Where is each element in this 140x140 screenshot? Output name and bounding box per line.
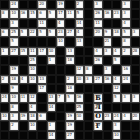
cell-code-number: 4 xyxy=(114,76,116,81)
cell-code-number: 17 xyxy=(39,85,43,90)
letter-cell-r7-c1[interactable]: 19 xyxy=(9,65,18,74)
cell-code-number: 19 xyxy=(21,113,25,118)
cell-code-number: 13 xyxy=(67,48,71,53)
block-cell-r4-c9 xyxy=(84,37,93,46)
block-cell-r7-c6 xyxy=(56,65,65,74)
block-cell-r2-c2 xyxy=(19,19,28,28)
letter-cell-r14-c7[interactable]: 27 xyxy=(65,131,74,140)
cell-code-number: 13 xyxy=(77,38,81,43)
letter-cell-r3-c1[interactable]: 25 xyxy=(9,28,18,37)
cell-code-number: 27 xyxy=(67,29,71,34)
cell-code-number: 25 xyxy=(11,29,15,34)
letter-cell-r3-c10[interactable]: 20 xyxy=(93,28,102,37)
cell-code-number: 4 xyxy=(95,48,97,53)
block-cell-r13-c13 xyxy=(121,121,130,130)
block-cell-r13-c2 xyxy=(19,121,28,130)
cell-code-number: 10 xyxy=(11,94,15,99)
block-cell-r14-c9 xyxy=(84,131,93,140)
letter-cell-r8-c9[interactable]: 3 xyxy=(84,75,93,84)
cell-code-number: 10 xyxy=(58,38,62,43)
letter-cell-r6-c10[interactable]: 26 xyxy=(93,56,102,65)
letter-cell-r0-c13[interactable]: 3 xyxy=(121,0,130,9)
letter-cell-r9-c4[interactable]: 17 xyxy=(37,84,46,93)
block-cell-r7-c10 xyxy=(93,65,102,74)
letter-cell-r10-c8[interactable]: 16 xyxy=(75,93,84,102)
block-cell-r14-c0 xyxy=(0,131,9,140)
letter-cell-r10-c14[interactable]: 3 xyxy=(131,93,140,102)
cell-code-number: 10 xyxy=(30,76,34,81)
letter-cell-r7-c9[interactable]: 8 xyxy=(84,65,93,74)
cell-code-number: 14 xyxy=(49,132,53,137)
letter-cell-r10-c5[interactable]: 13 xyxy=(47,93,56,102)
letter-cell-r0-c4[interactable]: 20 xyxy=(37,0,46,9)
block-cell-r13-c4 xyxy=(37,121,46,130)
letter-cell-r14-c12[interactable]: 10 xyxy=(112,131,121,140)
letter-cell-r2-c4[interactable]: 11 xyxy=(37,19,46,28)
cell-code-number: 8 xyxy=(2,10,4,15)
block-cell-r11-c13 xyxy=(121,103,130,112)
letter-cell-r2-c13[interactable]: 4 xyxy=(121,19,130,28)
block-cell-r14-c11 xyxy=(103,131,112,140)
block-cell-r14-c2 xyxy=(19,131,28,140)
cell-code-number: 10 xyxy=(11,10,15,15)
letter-cell-r0-c6[interactable]: 19 xyxy=(56,0,65,9)
cell-code-number: 3 xyxy=(105,48,107,53)
letter-cell-r5-c5[interactable]: 10 xyxy=(47,47,56,56)
cell-code-number: 6 xyxy=(39,113,41,118)
block-cell-r6-c9 xyxy=(84,56,93,65)
letter-cell-r4-c11[interactable]: 21 xyxy=(103,37,112,46)
letter-cell-r10-c12[interactable]: 5 xyxy=(112,93,121,102)
letter-cell-r12-c14[interactable]: 20 xyxy=(131,112,140,121)
cell-code-number: 5 xyxy=(67,94,69,99)
cell-code-number: 10 xyxy=(30,66,34,71)
letter-cell-r12-c1[interactable]: 3 xyxy=(9,112,18,121)
block-cell-r7-c0 xyxy=(0,65,9,74)
block-cell-r2-c9 xyxy=(84,19,93,28)
letter-cell-r10-c10[interactable]: 16Б xyxy=(93,93,102,102)
letter-cell-r1-c5[interactable]: 5 xyxy=(47,9,56,18)
letter-cell-r12-c3[interactable]: 18 xyxy=(28,112,37,121)
block-cell-r11-c2 xyxy=(19,103,28,112)
cell-code-number: 3 xyxy=(105,66,107,71)
cell-code-number: 27 xyxy=(11,48,15,53)
cell-code-number: 13 xyxy=(39,76,43,81)
block-cell-r14-c10 xyxy=(93,131,102,140)
cell-code-number: 5 xyxy=(11,38,13,43)
cell-code-number: 20 xyxy=(95,29,99,34)
letter-cell-r12-c10[interactable]: 4О xyxy=(93,112,102,121)
block-cell-r4-c2 xyxy=(19,37,28,46)
cell-code-number: 11 xyxy=(67,10,71,15)
block-cell-r13-c14 xyxy=(131,121,140,130)
letter-cell-r1-c4[interactable]: 6 xyxy=(37,9,46,18)
block-cell-r7-c4 xyxy=(37,65,46,74)
cell-code-number: 28 xyxy=(133,48,137,53)
cell-code-number: 11 xyxy=(30,48,34,53)
cell-code-number: 4 xyxy=(30,104,32,109)
block-cell-r0-c14 xyxy=(131,0,140,9)
cell-code-number: 27 xyxy=(67,132,71,137)
letter-cell-r2-c1[interactable]: 3 xyxy=(9,19,18,28)
letter-cell-r3-c8[interactable]: 4 xyxy=(75,28,84,37)
cell-code-number: 4 xyxy=(77,29,79,34)
cell-code-number: 4 xyxy=(114,48,116,53)
cell-code-number: 3 xyxy=(114,122,116,127)
cell-code-number: 2 xyxy=(123,48,125,53)
letter-cell-r6-c3[interactable]: 25 xyxy=(28,56,37,65)
cell-code-number: 6 xyxy=(2,29,4,34)
letter-cell-r3-c7[interactable]: 27 xyxy=(65,28,74,37)
cell-code-number: 19 xyxy=(11,66,15,71)
block-cell-r7-c7 xyxy=(65,65,74,74)
block-cell-r1-c14 xyxy=(131,9,140,18)
letter-cell-r9-c7[interactable]: 18 xyxy=(65,84,74,93)
letter-cell-r10-c6[interactable]: 7 xyxy=(56,93,65,102)
block-cell-r13-c9 xyxy=(84,121,93,130)
block-cell-r13-c0 xyxy=(0,121,9,130)
block-cell-r2-c7 xyxy=(65,19,74,28)
cell-code-number: 24 xyxy=(11,1,15,6)
letter-cell-r12-c12[interactable]: 24 xyxy=(112,112,121,121)
cell-code-number: 14 xyxy=(77,20,81,25)
block-cell-r14-c3 xyxy=(28,131,37,140)
letter-cell-r11-c8[interactable]: 25 xyxy=(75,103,84,112)
letter-cell-r10-c13[interactable]: 3 xyxy=(121,93,130,102)
block-cell-r2-c3 xyxy=(28,19,37,28)
block-cell-r9-c2 xyxy=(19,84,28,93)
letter-cell-r14-c5[interactable]: 14 xyxy=(47,131,56,140)
block-cell-r13-c6 xyxy=(56,121,65,130)
letter-cell-r12-c7[interactable]: 19 xyxy=(65,112,74,121)
letter-cell-r3-c12[interactable]: 18 xyxy=(112,28,121,37)
block-cell-r13-c8 xyxy=(75,121,84,130)
block-cell-r11-c0 xyxy=(0,103,9,112)
cell-code-number: 17 xyxy=(39,48,43,53)
cell-code-number: 19 xyxy=(67,122,71,127)
letter-cell-r0-c8[interactable]: 2 xyxy=(75,0,84,9)
block-cell-r13-c11 xyxy=(103,121,112,130)
cell-code-number: 12 xyxy=(77,66,81,71)
letter-cell-r1-c13[interactable]: 3 xyxy=(121,9,130,18)
letter-cell-r11-c10[interactable]: 20Л xyxy=(93,103,102,112)
cell-code-number: 5 xyxy=(114,57,116,62)
block-cell-r9-c3 xyxy=(28,84,37,93)
letter-cell-r13-c10[interactable]: 24Г xyxy=(93,121,102,130)
cell-code-number: 9 xyxy=(105,29,107,34)
letter-cell-r13-c7[interactable]: 19 xyxy=(65,121,74,130)
letter-cell-r7-c8[interactable]: 12 xyxy=(75,65,84,74)
block-cell-r14-c14 xyxy=(131,131,140,140)
cell-code-number: 3 xyxy=(11,20,13,25)
letter-cell-r8-c2[interactable]: 4 xyxy=(19,75,28,84)
letter-cell-r1-c6[interactable]: 17 xyxy=(56,9,65,18)
cell-given-letter: Г xyxy=(94,122,101,130)
block-cell-r12-c9 xyxy=(84,112,93,121)
letter-cell-r3-c3[interactable]: 22 xyxy=(28,28,37,37)
cell-code-number: 8 xyxy=(11,104,13,109)
cell-code-number: 18 xyxy=(114,29,118,34)
cell-given-letter: Л xyxy=(94,103,101,111)
cell-code-number: 16 xyxy=(123,66,127,71)
block-cell-r12-c6 xyxy=(56,112,65,121)
block-cell-r0-c11 xyxy=(103,0,112,9)
block-cell-r2-c12 xyxy=(112,19,121,28)
cell-given-letter: О xyxy=(94,112,101,120)
letter-cell-r10-c7[interactable]: 5 xyxy=(65,93,74,102)
letter-cell-r4-c13[interactable]: 8 xyxy=(121,37,130,46)
letter-cell-r8-c3[interactable]: 10 xyxy=(28,75,37,84)
cell-code-number: 4 xyxy=(58,20,60,25)
cell-code-number: 1 xyxy=(2,48,4,53)
letter-cell-r5-c3[interactable]: 11 xyxy=(28,47,37,56)
letter-cell-r0-c1[interactable]: 24 xyxy=(9,0,18,9)
letter-cell-r5-c10[interactable]: 4 xyxy=(93,47,102,56)
letter-cell-r0-c10[interactable]: 3 xyxy=(93,0,102,9)
cell-code-number: 15 xyxy=(21,48,25,53)
block-cell-r11-c9 xyxy=(84,103,93,112)
cell-code-number: 23 xyxy=(105,113,109,118)
cell-code-number: 18 xyxy=(30,113,34,118)
letter-cell-r6-c7[interactable]: 18 xyxy=(65,56,74,65)
letter-cell-r5-c13[interactable]: 2 xyxy=(121,47,130,56)
block-cell-r8-c5 xyxy=(47,75,56,84)
cell-code-number: 25 xyxy=(77,104,81,109)
cell-code-number: 18 xyxy=(67,85,71,90)
cell-code-number: 6 xyxy=(39,10,41,15)
cell-code-number: 10 xyxy=(114,132,118,137)
letter-cell-r11-c3[interactable]: 4 xyxy=(28,103,37,112)
cell-given-letter: Б xyxy=(94,94,101,102)
letter-cell-r13-c5[interactable]: 1 xyxy=(47,121,56,130)
letter-cell-r13-c12[interactable]: 3 xyxy=(112,121,121,130)
block-cell-r3-c9 xyxy=(84,28,93,37)
letter-cell-r12-c8[interactable]: 10 xyxy=(75,112,84,121)
cell-code-number: 15 xyxy=(30,10,34,15)
block-cell-r4-c4 xyxy=(37,37,46,46)
letter-cell-r3-c0[interactable]: 6 xyxy=(0,28,9,37)
block-cell-r10-c11 xyxy=(103,93,112,102)
letter-cell-r3-c13[interactable]: 5 xyxy=(121,28,130,37)
block-cell-r1-c9 xyxy=(84,9,93,18)
block-cell-r2-c11 xyxy=(103,19,112,28)
letter-cell-r3-c5[interactable]: 5 xyxy=(47,28,56,37)
letter-cell-r7-c11[interactable]: 3 xyxy=(103,65,112,74)
cell-code-number: 2 xyxy=(77,1,79,6)
letter-cell-r1-c0[interactable]: 8 xyxy=(0,9,9,18)
letter-cell-r6-c5[interactable]: 1 xyxy=(47,56,56,65)
cell-code-number: 3 xyxy=(11,113,13,118)
cell-code-number: 11 xyxy=(21,94,25,99)
block-cell-r2-c14 xyxy=(131,19,140,28)
block-cell-r7-c2 xyxy=(19,65,28,74)
block-cell-r6-c14 xyxy=(131,56,140,65)
letter-cell-r10-c0[interactable]: 24 xyxy=(0,93,9,102)
letter-cell-r2-c8[interactable]: 14 xyxy=(75,19,84,28)
cell-code-number: 2 xyxy=(11,122,13,127)
cell-code-number: 22 xyxy=(30,29,34,34)
letter-cell-r11-c5[interactable]: 14 xyxy=(47,103,56,112)
letter-cell-r5-c7[interactable]: 13 xyxy=(65,47,74,56)
letter-cell-r12-c13[interactable]: 4 xyxy=(121,112,130,121)
cell-code-number: 5 xyxy=(39,29,41,34)
letter-cell-r13-c3[interactable]: 10 xyxy=(28,121,37,130)
letter-cell-r8-c8[interactable]: 10 xyxy=(75,75,84,84)
cell-code-number: 4 xyxy=(21,76,23,81)
block-cell-r14-c6 xyxy=(56,131,65,140)
cell-code-number: 16 xyxy=(77,94,81,99)
block-cell-r8-c6 xyxy=(56,75,65,84)
letter-cell-r8-c10[interactable]: 27 xyxy=(93,75,102,84)
letter-cell-r3-c4[interactable]: 5 xyxy=(37,28,46,37)
letter-cell-r8-c7[interactable]: 2 xyxy=(65,75,74,84)
letter-cell-r2-c10[interactable]: 11 xyxy=(93,19,102,28)
letter-cell-r5-c14[interactable]: 28 xyxy=(131,47,140,56)
block-cell-r0-c9 xyxy=(84,0,93,9)
cell-code-number: 10 xyxy=(2,113,6,118)
letter-cell-r12-c11[interactable]: 23 xyxy=(103,112,112,121)
block-cell-r4-c3 xyxy=(28,37,37,46)
block-cell-r0-c3 xyxy=(28,0,37,9)
letter-cell-r8-c13[interactable]: 24 xyxy=(121,75,130,84)
block-cell-r4-c5 xyxy=(47,37,56,46)
block-cell-r6-c0 xyxy=(0,56,9,65)
letter-cell-r1-c1[interactable]: 10 xyxy=(9,9,18,18)
letter-cell-r3-c11[interactable]: 9 xyxy=(103,28,112,37)
cell-code-number: 13 xyxy=(49,94,53,99)
letter-cell-r1-c7[interactable]: 11 xyxy=(65,9,74,18)
block-cell-r4-c12 xyxy=(112,37,121,46)
block-cell-r14-c8 xyxy=(75,131,84,140)
letter-cell-r10-c3[interactable]: 12 xyxy=(28,93,37,102)
letter-cell-r1-c11[interactable]: 16 xyxy=(103,9,112,18)
cell-code-number: 3 xyxy=(95,1,97,6)
cell-code-number: 5 xyxy=(123,29,125,34)
letter-cell-r12-c2[interactable]: 19 xyxy=(19,112,28,121)
block-cell-r0-c12 xyxy=(112,0,121,9)
letter-cell-r1-c8[interactable]: 5 xyxy=(75,9,84,18)
letter-cell-r7-c13[interactable]: 16 xyxy=(121,65,130,74)
cell-code-number: 18 xyxy=(11,76,15,81)
cell-code-number: 5 xyxy=(77,10,79,15)
block-cell-r11-c6 xyxy=(56,103,65,112)
cell-code-number: 10 xyxy=(30,122,34,127)
letter-cell-r11-c1[interactable]: 8 xyxy=(9,103,18,112)
cell-code-number: 16 xyxy=(105,76,109,81)
block-cell-r11-c14 xyxy=(131,103,140,112)
letter-cell-r1-c2[interactable]: 16 xyxy=(19,9,28,18)
letter-cell-r12-c0[interactable]: 10 xyxy=(0,112,9,121)
cell-code-number: 5 xyxy=(114,94,116,99)
cell-code-number: 10 xyxy=(77,76,81,81)
letter-cell-r8-c0[interactable]: 2 xyxy=(0,75,9,84)
letter-cell-r10-c2[interactable]: 11 xyxy=(19,93,28,102)
cell-code-number: 3 xyxy=(86,76,88,81)
block-cell-r6-c8 xyxy=(75,56,84,65)
keyword-crossword-board: 2420192338101615651711526162333114141146… xyxy=(0,0,140,140)
letter-cell-r5-c12[interactable]: 4 xyxy=(112,47,121,56)
block-cell-r9-c10 xyxy=(93,84,102,93)
letter-cell-r8-c4[interactable]: 13 xyxy=(37,75,46,84)
letter-cell-r3-c6[interactable]: 23 xyxy=(56,28,65,37)
letter-cell-r5-c4[interactable]: 17 xyxy=(37,47,46,56)
letter-cell-r2-c6[interactable]: 4 xyxy=(56,19,65,28)
block-cell-r12-c5 xyxy=(47,112,56,121)
cell-code-number: 27 xyxy=(95,76,99,81)
block-cell-r9-c6 xyxy=(56,84,65,93)
block-cell-r11-c11 xyxy=(103,103,112,112)
cell-code-number: 11 xyxy=(95,20,99,25)
letter-cell-r1-c10[interactable]: 26 xyxy=(93,9,102,18)
letter-cell-r3-c2[interactable]: 5 xyxy=(19,28,28,37)
cell-code-number: 5 xyxy=(49,29,51,34)
letter-cell-r5-c1[interactable]: 27 xyxy=(9,47,18,56)
block-cell-r4-c7 xyxy=(65,37,74,46)
block-cell-r8-c14 xyxy=(131,75,140,84)
block-cell-r0-c0 xyxy=(0,0,9,9)
block-cell-r7-c5 xyxy=(47,65,56,74)
letter-cell-r9-c1[interactable]: 9 xyxy=(9,84,18,93)
cell-code-number: 4 xyxy=(123,20,125,25)
cell-code-number: 23 xyxy=(114,10,118,15)
cell-code-number: 4 xyxy=(123,113,125,118)
cell-code-number: 12 xyxy=(114,85,118,90)
block-cell-r10-c9 xyxy=(84,93,93,102)
letter-cell-r3-c14[interactable]: 3 xyxy=(131,28,140,37)
letter-cell-r4-c1[interactable]: 5 xyxy=(9,37,18,46)
block-cell-r6-c4 xyxy=(37,56,46,65)
letter-cell-r8-c1[interactable]: 18 xyxy=(9,75,18,84)
block-cell-r14-c1 xyxy=(9,131,18,140)
block-cell-r9-c11 xyxy=(103,84,112,93)
block-cell-r11-c7 xyxy=(65,103,74,112)
cell-code-number: 5 xyxy=(49,10,51,15)
letter-cell-r6-c12[interactable]: 5 xyxy=(112,56,121,65)
cell-code-number: 5 xyxy=(21,29,23,34)
letter-cell-r9-c12[interactable]: 12 xyxy=(112,84,121,93)
letter-cell-r12-c4[interactable]: 6 xyxy=(37,112,46,121)
cell-code-number: 21 xyxy=(105,38,109,43)
letter-cell-r4-c8[interactable]: 13 xyxy=(75,37,84,46)
block-cell-r5-c8 xyxy=(75,47,84,56)
block-cell-r11-c4 xyxy=(37,103,46,112)
letter-cell-r4-c6[interactable]: 10 xyxy=(56,37,65,46)
cell-code-number: 17 xyxy=(58,10,62,15)
letter-cell-r5-c0[interactable]: 1 xyxy=(0,47,9,56)
letter-cell-r13-c1[interactable]: 2 xyxy=(9,121,18,130)
letter-cell-r7-c3[interactable]: 10 xyxy=(28,65,37,74)
cell-code-number: 2 xyxy=(67,76,69,81)
cell-code-number: 23 xyxy=(58,29,62,34)
letter-cell-r5-c2[interactable]: 15 xyxy=(19,47,28,56)
block-cell-r2-c5 xyxy=(47,19,56,28)
block-cell-r0-c7 xyxy=(65,0,74,9)
letter-cell-r10-c1[interactable]: 10 xyxy=(9,93,18,102)
cell-code-number: 3 xyxy=(123,10,125,15)
block-cell-r9-c9 xyxy=(84,84,93,93)
letter-cell-r8-c11[interactable]: 16 xyxy=(103,75,112,84)
letter-cell-r1-c3[interactable]: 15 xyxy=(28,9,37,18)
block-cell-r10-c4 xyxy=(37,93,46,102)
block-cell-r7-c14 xyxy=(131,65,140,74)
cell-code-number: 9 xyxy=(11,85,13,90)
block-cell-r0-c5 xyxy=(47,0,56,9)
letter-cell-r5-c11[interactable]: 3 xyxy=(103,47,112,56)
cell-code-number: 25 xyxy=(30,57,34,62)
block-cell-r9-c8 xyxy=(75,84,84,93)
letter-cell-r8-c12[interactable]: 4 xyxy=(112,75,121,84)
letter-cell-r1-c12[interactable]: 23 xyxy=(112,9,121,18)
